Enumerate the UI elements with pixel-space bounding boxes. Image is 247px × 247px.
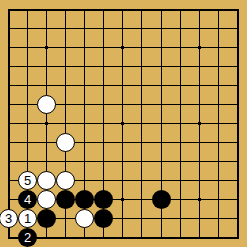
move-number-label: 4 [24,193,31,206]
grid-line-horizontal [9,142,238,143]
star-point [121,122,124,125]
move-number-label: 3 [5,212,12,225]
white-stone [75,209,94,228]
black-stone [152,190,171,209]
white-stone [37,171,56,190]
grid-line-vertical [218,10,219,237]
grid-line-horizontal [9,161,238,162]
black-stone: 2 [18,228,37,247]
star-point [198,198,201,201]
move-number-label: 2 [24,231,31,244]
star-point [121,46,124,49]
white-stone [37,190,56,209]
star-point [121,198,124,201]
white-stone: 5 [18,171,37,190]
move-number-label: 5 [24,174,31,187]
black-stone [94,209,113,228]
black-stone [75,190,94,209]
grid-line-vertical [180,10,181,237]
black-stone [56,190,75,209]
star-point [45,122,48,125]
black-stone [37,209,56,228]
star-point [45,46,48,49]
white-stone: 3 [0,209,18,228]
star-point [198,46,201,49]
white-stone: 1 [18,209,37,228]
white-stone [56,171,75,190]
grid-line-vertical [141,10,142,237]
go-board-diagram: 54312 [0,0,247,247]
star-point [198,122,201,125]
black-stone: 4 [18,190,37,209]
move-number-label: 1 [24,212,31,225]
